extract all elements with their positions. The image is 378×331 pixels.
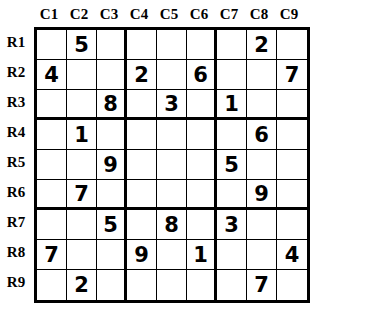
- cell-R1C3[interactable]: [97, 30, 127, 60]
- cell-R5C3[interactable]: 9: [97, 150, 127, 180]
- cell-R4C9[interactable]: [277, 120, 307, 150]
- cell-R7C8[interactable]: [247, 210, 277, 240]
- given-digit: 1: [74, 123, 89, 147]
- cell-R1C7[interactable]: [217, 30, 247, 60]
- cell-R6C2[interactable]: 7: [67, 180, 97, 210]
- given-digit: 1: [193, 243, 208, 267]
- given-digit: 2: [254, 33, 269, 57]
- cell-R4C6[interactable]: [187, 120, 217, 150]
- cell-R1C2[interactable]: 5: [67, 30, 97, 60]
- row-label-R1: R1: [0, 27, 32, 57]
- cell-R1C1[interactable]: [37, 30, 67, 60]
- cell-R2C6[interactable]: 6: [187, 60, 217, 90]
- cell-R6C4[interactable]: [127, 180, 157, 210]
- given-digit: 3: [164, 92, 179, 116]
- row-label-R7: R7: [0, 207, 32, 237]
- cell-R3C1[interactable]: [37, 90, 67, 120]
- row-label-R2: R2: [0, 57, 32, 87]
- given-digit: 2: [74, 273, 89, 297]
- cell-R7C3[interactable]: 5: [97, 210, 127, 240]
- col-label-C5: C5: [154, 4, 184, 24]
- cell-R5C7[interactable]: 5: [217, 150, 247, 180]
- cell-R8C1[interactable]: 7: [37, 240, 67, 270]
- cell-R6C3[interactable]: [97, 180, 127, 210]
- cell-R7C6[interactable]: [187, 210, 217, 240]
- given-digit: 1: [224, 92, 239, 116]
- sudoku-board: 524267831169579583791427: [34, 27, 310, 303]
- cell-R2C7[interactable]: [217, 60, 247, 90]
- col-label-C9: C9: [274, 4, 304, 24]
- cell-R2C9[interactable]: 7: [277, 60, 307, 90]
- cell-R4C5[interactable]: [157, 120, 187, 150]
- given-digit: 7: [254, 273, 269, 297]
- cell-R3C5[interactable]: 3: [157, 90, 187, 120]
- cell-R1C5[interactable]: [157, 30, 187, 60]
- cell-R4C7[interactable]: [217, 120, 247, 150]
- given-digit: 4: [44, 63, 59, 87]
- column-headers: C1C2C3C4C5C6C7C8C9: [34, 4, 304, 24]
- cell-R8C4[interactable]: 9: [127, 240, 157, 270]
- cell-R4C3[interactable]: [97, 120, 127, 150]
- cell-R5C5[interactable]: [157, 150, 187, 180]
- row-headers: R1R2R3R4R5R6R7R8R9: [0, 27, 32, 297]
- cell-R1C9[interactable]: [277, 30, 307, 60]
- cell-R6C1[interactable]: [37, 180, 67, 210]
- cell-R4C8[interactable]: 6: [247, 120, 277, 150]
- given-digit: 5: [103, 213, 118, 237]
- cell-R1C4[interactable]: [127, 30, 157, 60]
- cell-R2C3[interactable]: [97, 60, 127, 90]
- cell-R1C6[interactable]: [187, 30, 217, 60]
- given-digit: 7: [74, 182, 89, 206]
- cell-R8C6[interactable]: 1: [187, 240, 217, 270]
- cell-R8C7[interactable]: [217, 240, 247, 270]
- cell-R8C3[interactable]: [97, 240, 127, 270]
- cell-R5C4[interactable]: [127, 150, 157, 180]
- given-digit: 7: [44, 243, 59, 267]
- cell-R6C7[interactable]: [217, 180, 247, 210]
- cell-R9C5[interactable]: [157, 270, 187, 300]
- cell-R3C7[interactable]: 1: [217, 90, 247, 120]
- col-label-C8: C8: [244, 4, 274, 24]
- row-label-R8: R8: [0, 237, 32, 267]
- cell-R3C3[interactable]: 8: [97, 90, 127, 120]
- given-digit: 3: [224, 213, 239, 237]
- cell-R5C8[interactable]: [247, 150, 277, 180]
- cell-R1C8[interactable]: 2: [247, 30, 277, 60]
- cell-R9C8[interactable]: 7: [247, 270, 277, 300]
- cell-R2C2[interactable]: [67, 60, 97, 90]
- cell-R2C4[interactable]: 2: [127, 60, 157, 90]
- cell-R5C9[interactable]: [277, 150, 307, 180]
- cell-R3C4[interactable]: [127, 90, 157, 120]
- row-label-R5: R5: [0, 147, 32, 177]
- cell-R2C8[interactable]: [247, 60, 277, 90]
- given-digit: 9: [103, 153, 118, 177]
- cell-R9C3[interactable]: [97, 270, 127, 300]
- cell-R6C9[interactable]: [277, 180, 307, 210]
- cell-R3C6[interactable]: [187, 90, 217, 120]
- cell-R9C4[interactable]: [127, 270, 157, 300]
- cell-R6C5[interactable]: [157, 180, 187, 210]
- cell-R9C1[interactable]: [37, 270, 67, 300]
- given-digit: 2: [134, 63, 149, 87]
- cell-R8C5[interactable]: [157, 240, 187, 270]
- cell-R6C6[interactable]: [187, 180, 217, 210]
- row-label-R4: R4: [0, 117, 32, 147]
- cell-R7C7[interactable]: 3: [217, 210, 247, 240]
- cell-R7C1[interactable]: [37, 210, 67, 240]
- cell-R6C8[interactable]: 9: [247, 180, 277, 210]
- cell-R5C2[interactable]: [67, 150, 97, 180]
- cell-R5C6[interactable]: [187, 150, 217, 180]
- cell-R9C2[interactable]: 2: [67, 270, 97, 300]
- given-digit: 9: [254, 182, 269, 206]
- given-digit: 4: [285, 243, 300, 267]
- cell-R5C1[interactable]: [37, 150, 67, 180]
- col-label-C2: C2: [64, 4, 94, 24]
- col-label-C6: C6: [184, 4, 214, 24]
- cell-R8C9[interactable]: 4: [277, 240, 307, 270]
- cell-R8C8[interactable]: [247, 240, 277, 270]
- cell-R4C2[interactable]: 1: [67, 120, 97, 150]
- cell-R3C2[interactable]: [67, 90, 97, 120]
- cell-R7C9[interactable]: [277, 210, 307, 240]
- col-label-C4: C4: [124, 4, 154, 24]
- given-digit: 9: [134, 243, 149, 267]
- given-digit: 6: [193, 63, 208, 87]
- given-digit: 7: [285, 63, 300, 87]
- cell-R4C4[interactable]: [127, 120, 157, 150]
- cell-R7C2[interactable]: [67, 210, 97, 240]
- col-label-C7: C7: [214, 4, 244, 24]
- cell-R2C1[interactable]: 4: [37, 60, 67, 90]
- cell-R8C2[interactable]: [67, 240, 97, 270]
- cell-R4C1[interactable]: [37, 120, 67, 150]
- cell-R9C9[interactable]: [277, 270, 307, 300]
- sudoku-screenshot: C1C2C3C4C5C6C7C8C9 R1R2R3R4R5R6R7R8R9 52…: [0, 0, 378, 331]
- row-label-R9: R9: [0, 267, 32, 297]
- cell-R7C4[interactable]: [127, 210, 157, 240]
- row-label-R3: R3: [0, 87, 32, 117]
- given-digit: 6: [254, 123, 269, 147]
- row-label-R6: R6: [0, 177, 32, 207]
- cell-R7C5[interactable]: 8: [157, 210, 187, 240]
- cell-R9C6[interactable]: [187, 270, 217, 300]
- cell-R3C9[interactable]: [277, 90, 307, 120]
- given-digit: 8: [164, 213, 179, 237]
- given-digit: 5: [224, 153, 239, 177]
- cell-R3C8[interactable]: [247, 90, 277, 120]
- cell-R2C5[interactable]: [157, 60, 187, 90]
- col-label-C1: C1: [34, 4, 64, 24]
- col-label-C3: C3: [94, 4, 124, 24]
- given-digit: 5: [74, 33, 89, 57]
- given-digit: 8: [103, 92, 118, 116]
- cell-R9C7[interactable]: [217, 270, 247, 300]
